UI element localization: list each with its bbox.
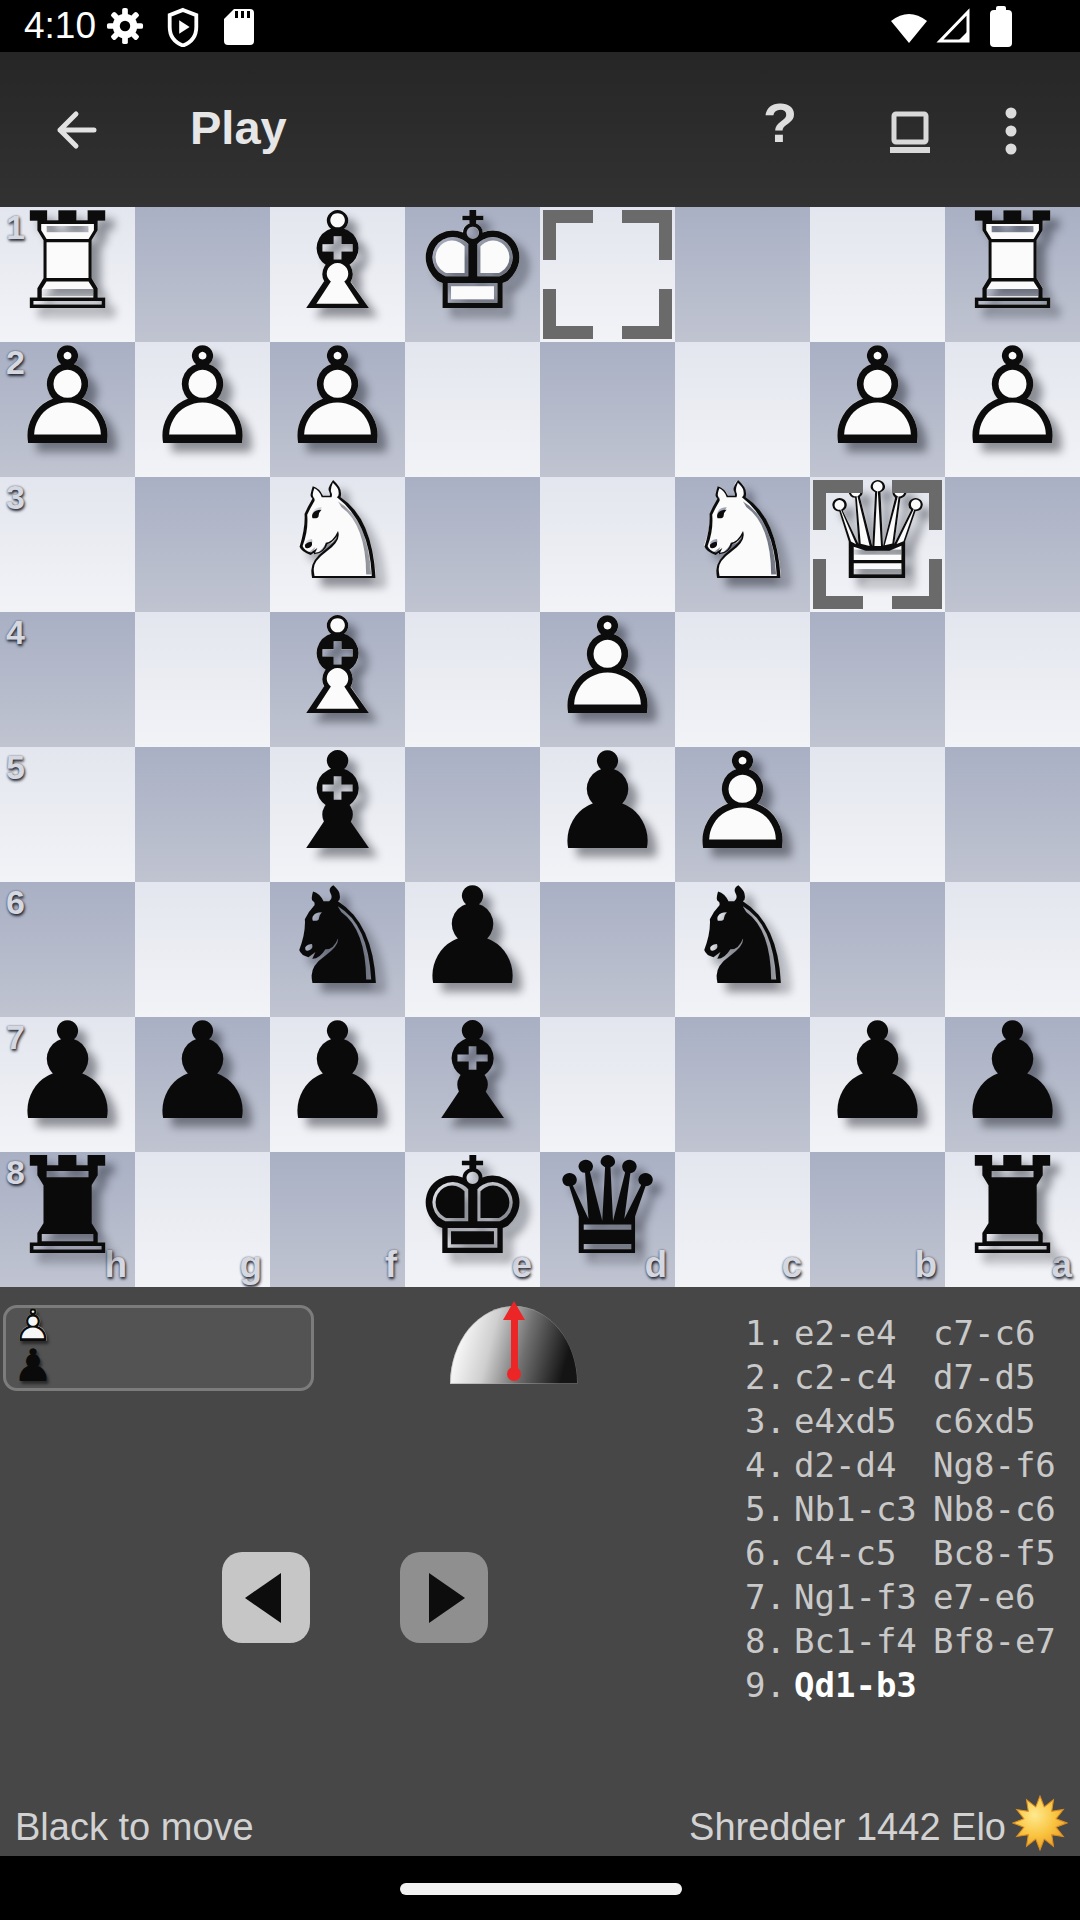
right-triangle-icon bbox=[429, 1573, 465, 1623]
square-h4[interactable]: 4 bbox=[0, 612, 135, 747]
square-c3[interactable]: ♞♘ bbox=[675, 477, 810, 612]
move-highlight-corner bbox=[892, 480, 942, 530]
move-row-8[interactable]: 8.Bc1-f4Bf8-e7 bbox=[744, 1619, 1056, 1663]
square-g3[interactable] bbox=[135, 477, 270, 612]
piece-white-P[interactable]: ♟♙ bbox=[945, 342, 1080, 477]
square-h5[interactable]: 5 bbox=[0, 747, 135, 882]
clock: 4:10 bbox=[24, 5, 96, 47]
square-d2[interactable] bbox=[540, 342, 675, 477]
file-label-b: b bbox=[914, 1244, 937, 1286]
square-b4[interactable] bbox=[810, 612, 945, 747]
piece-black-q[interactable]: ♛ bbox=[540, 1152, 675, 1287]
square-f7[interactable]: ♟ bbox=[270, 1017, 405, 1152]
engine-strength: Shredder 1442 Elo bbox=[689, 1806, 1006, 1849]
move-row-6[interactable]: 6.c4-c5Bc8-f5 bbox=[744, 1531, 1056, 1575]
square-d8[interactable]: d♛ bbox=[540, 1152, 675, 1287]
piece-white-P[interactable]: ♟♙ bbox=[0, 342, 135, 477]
square-h2[interactable]: 2♟♙ bbox=[0, 342, 135, 477]
game-panel: ♟♙♟ 1.e2-e4c7-c62.c2-c4d7-d53.e4xd5c6xd5… bbox=[0, 1287, 1080, 1856]
turn-status: Black to move bbox=[15, 1806, 254, 1849]
square-d1[interactable] bbox=[540, 207, 675, 342]
screen: 4:10 bbox=[0, 0, 1080, 1920]
captured-piece-p: ♟ bbox=[10, 1344, 56, 1386]
back-icon[interactable] bbox=[48, 104, 100, 160]
piece-black-k[interactable]: ♚ bbox=[405, 1152, 540, 1287]
piece-white-P[interactable]: ♟♙ bbox=[135, 342, 270, 477]
square-g5[interactable] bbox=[135, 747, 270, 882]
piece-black-n[interactable]: ♞ bbox=[675, 882, 810, 1017]
move-highlight-corner bbox=[892, 559, 942, 609]
square-h8[interactable]: 8h♜ bbox=[0, 1152, 135, 1287]
square-a5[interactable] bbox=[945, 747, 1080, 882]
piece-white-K[interactable]: ♚♔ bbox=[405, 207, 540, 342]
move-highlight-corner bbox=[813, 480, 863, 530]
piece-black-p[interactable]: ♟ bbox=[270, 1017, 405, 1152]
rank-label-4: 4 bbox=[6, 613, 25, 652]
file-label-f: f bbox=[385, 1244, 397, 1286]
rank-label-6: 6 bbox=[6, 883, 25, 922]
move-highlight-corner bbox=[622, 210, 672, 260]
move-row-5[interactable]: 5.Nb1-c3Nb8-c6 bbox=[744, 1487, 1056, 1531]
board-window-icon[interactable] bbox=[884, 110, 936, 160]
square-b8[interactable]: b bbox=[810, 1152, 945, 1287]
move-list: 1.e2-e4c7-c62.c2-c4d7-d53.e4xd5c6xd54.d2… bbox=[744, 1311, 1056, 1707]
square-b5[interactable] bbox=[810, 747, 945, 882]
gear-icon bbox=[106, 7, 144, 49]
shield-play-icon bbox=[164, 7, 202, 51]
square-e8[interactable]: e♚ bbox=[405, 1152, 540, 1287]
gesture-nav-bar bbox=[0, 1856, 1080, 1920]
help-button[interactable]: ? bbox=[763, 90, 797, 155]
app-bar: Play ? bbox=[0, 52, 1080, 207]
square-h3[interactable]: 3 bbox=[0, 477, 135, 612]
move-highlight-corner bbox=[622, 289, 672, 339]
piece-black-r[interactable]: ♜ bbox=[0, 1152, 135, 1287]
square-a4[interactable] bbox=[945, 612, 1080, 747]
page-title: Play bbox=[190, 100, 287, 155]
square-c6[interactable]: ♞ bbox=[675, 882, 810, 1017]
engine-strength-sun-icon bbox=[1012, 1795, 1068, 1855]
piece-black-p[interactable]: ♟ bbox=[135, 1017, 270, 1152]
captured-pieces-tray: ♟♙♟ bbox=[3, 1305, 314, 1391]
square-a8[interactable]: a♜ bbox=[945, 1152, 1080, 1287]
square-e1[interactable]: ♚♔ bbox=[405, 207, 540, 342]
move-row-4[interactable]: 4.d2-d4Ng8-f6 bbox=[744, 1443, 1056, 1487]
square-a2[interactable]: ♟♙ bbox=[945, 342, 1080, 477]
move-highlight-corner bbox=[813, 559, 863, 609]
square-b3[interactable]: ♛♕ bbox=[810, 477, 945, 612]
square-c8[interactable]: c bbox=[675, 1152, 810, 1287]
piece-black-p[interactable]: ♟ bbox=[540, 747, 675, 882]
previous-move-button[interactable] bbox=[222, 1552, 310, 1643]
piece-white-N[interactable]: ♞♘ bbox=[675, 477, 810, 612]
piece-black-p[interactable]: ♟ bbox=[810, 1017, 945, 1152]
square-g4[interactable] bbox=[135, 612, 270, 747]
square-g2[interactable]: ♟♙ bbox=[135, 342, 270, 477]
wifi-icon bbox=[888, 7, 930, 49]
file-label-c: c bbox=[781, 1244, 802, 1286]
move-highlight-corner bbox=[543, 210, 593, 260]
move-row-9[interactable]: 9.Qd1-b3 bbox=[744, 1663, 1056, 1707]
overflow-menu-icon[interactable] bbox=[1004, 106, 1018, 160]
square-b7[interactable]: ♟ bbox=[810, 1017, 945, 1152]
file-label-g: g bbox=[239, 1244, 262, 1286]
move-row-1[interactable]: 1.e2-e4c7-c6 bbox=[744, 1311, 1056, 1355]
sd-card-icon bbox=[222, 7, 256, 51]
square-e4[interactable] bbox=[405, 612, 540, 747]
status-bar: 4:10 bbox=[0, 0, 1080, 52]
square-c1[interactable] bbox=[675, 207, 810, 342]
cellular-signal-icon bbox=[936, 7, 972, 49]
move-row-3[interactable]: 3.e4xd5c6xd5 bbox=[744, 1399, 1056, 1443]
move-row-2[interactable]: 2.c2-c4d7-d5 bbox=[744, 1355, 1056, 1399]
square-d6[interactable] bbox=[540, 882, 675, 1017]
piece-black-r[interactable]: ♜ bbox=[945, 1152, 1080, 1287]
square-a3[interactable] bbox=[945, 477, 1080, 612]
move-highlight-corner bbox=[543, 289, 593, 339]
next-move-button[interactable] bbox=[400, 1552, 488, 1643]
square-e3[interactable] bbox=[405, 477, 540, 612]
chess-board[interactable]: 1♜♖♝♗♚♔♜♖2♟♙♟♙♟♙♟♙♟♙3♞♘♞♘♛♕4♝♗♟♙5♝♟♟♙6♞♟… bbox=[0, 207, 1080, 1287]
square-g7[interactable]: ♟ bbox=[135, 1017, 270, 1152]
square-f8[interactable]: f bbox=[270, 1152, 405, 1287]
square-e2[interactable] bbox=[405, 342, 540, 477]
square-c7[interactable] bbox=[675, 1017, 810, 1152]
battery-icon bbox=[988, 5, 1014, 53]
rank-label-3: 3 bbox=[6, 478, 25, 517]
move-row-7[interactable]: 7.Ng1-f3e7-e6 bbox=[744, 1575, 1056, 1619]
square-g8[interactable]: g bbox=[135, 1152, 270, 1287]
rank-label-5: 5 bbox=[6, 748, 25, 787]
left-triangle-icon bbox=[245, 1573, 281, 1623]
square-d5[interactable]: ♟ bbox=[540, 747, 675, 882]
gesture-handle[interactable] bbox=[400, 1883, 682, 1895]
